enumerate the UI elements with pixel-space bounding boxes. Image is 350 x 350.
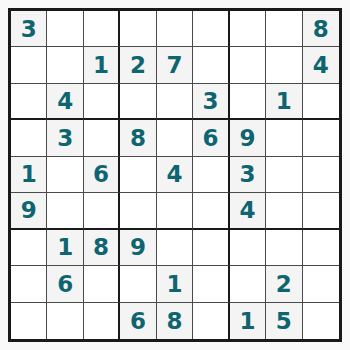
cell-r6c8[interactable] bbox=[266, 193, 302, 229]
cell-r6c7: 4 bbox=[230, 193, 266, 229]
cell-r4c5[interactable] bbox=[157, 120, 193, 156]
cell-r9c6[interactable] bbox=[193, 303, 229, 339]
cell-r4c1[interactable] bbox=[11, 120, 47, 156]
cell-r3c3[interactable] bbox=[84, 84, 120, 120]
cell-r4c7: 9 bbox=[230, 120, 266, 156]
cell-r6c4[interactable] bbox=[120, 193, 156, 229]
cell-r2c8[interactable] bbox=[266, 47, 302, 83]
cell-r6c9[interactable] bbox=[303, 193, 339, 229]
cell-r8c1[interactable] bbox=[11, 266, 47, 302]
cell-r2c7[interactable] bbox=[230, 47, 266, 83]
cell-r2c4: 2 bbox=[120, 47, 156, 83]
cell-r8c2: 6 bbox=[47, 266, 83, 302]
cell-r5c9[interactable] bbox=[303, 157, 339, 193]
cell-r1c6[interactable] bbox=[193, 11, 229, 47]
cell-r8c3[interactable] bbox=[84, 266, 120, 302]
cell-r5c8[interactable] bbox=[266, 157, 302, 193]
cell-r7c2: 1 bbox=[47, 230, 83, 266]
cell-r7c6[interactable] bbox=[193, 230, 229, 266]
cell-r1c7[interactable] bbox=[230, 11, 266, 47]
cell-r1c4[interactable] bbox=[120, 11, 156, 47]
cell-r8c9[interactable] bbox=[303, 266, 339, 302]
cell-r3c4[interactable] bbox=[120, 84, 156, 120]
cell-r4c9[interactable] bbox=[303, 120, 339, 156]
cell-r7c1[interactable] bbox=[11, 230, 47, 266]
cell-r1c3[interactable] bbox=[84, 11, 120, 47]
cell-r9c3[interactable] bbox=[84, 303, 120, 339]
cell-r7c3: 8 bbox=[84, 230, 120, 266]
cell-r5c2[interactable] bbox=[47, 157, 83, 193]
cell-r5c3: 6 bbox=[84, 157, 120, 193]
cell-r2c9: 4 bbox=[303, 47, 339, 83]
cell-r3c7[interactable] bbox=[230, 84, 266, 120]
cell-r5c7: 3 bbox=[230, 157, 266, 193]
cell-r6c5[interactable] bbox=[157, 193, 193, 229]
cell-r9c4: 6 bbox=[120, 303, 156, 339]
cell-r7c7[interactable] bbox=[230, 230, 266, 266]
cell-r6c2[interactable] bbox=[47, 193, 83, 229]
sudoku-board: 38127443138691643941896126815 bbox=[8, 8, 342, 342]
cell-r9c8: 5 bbox=[266, 303, 302, 339]
cell-r4c3[interactable] bbox=[84, 120, 120, 156]
cell-r2c6[interactable] bbox=[193, 47, 229, 83]
cell-r2c3: 1 bbox=[84, 47, 120, 83]
cell-r4c6: 6 bbox=[193, 120, 229, 156]
cell-r3c6: 3 bbox=[193, 84, 229, 120]
cell-r1c1: 3 bbox=[11, 11, 47, 47]
cell-r4c2: 3 bbox=[47, 120, 83, 156]
cell-r9c1[interactable] bbox=[11, 303, 47, 339]
cell-r1c5[interactable] bbox=[157, 11, 193, 47]
cell-r3c9[interactable] bbox=[303, 84, 339, 120]
cell-r2c1[interactable] bbox=[11, 47, 47, 83]
cell-r6c3[interactable] bbox=[84, 193, 120, 229]
cell-r3c5[interactable] bbox=[157, 84, 193, 120]
cell-r3c1[interactable] bbox=[11, 84, 47, 120]
cell-r6c1: 9 bbox=[11, 193, 47, 229]
cell-r7c5[interactable] bbox=[157, 230, 193, 266]
cell-r4c4: 8 bbox=[120, 120, 156, 156]
cell-r5c6[interactable] bbox=[193, 157, 229, 193]
cell-r5c5: 4 bbox=[157, 157, 193, 193]
cell-r8c4[interactable] bbox=[120, 266, 156, 302]
cell-r1c2[interactable] bbox=[47, 11, 83, 47]
cell-r7c9[interactable] bbox=[303, 230, 339, 266]
cell-r2c5: 7 bbox=[157, 47, 193, 83]
cell-r6c6[interactable] bbox=[193, 193, 229, 229]
cell-r9c7: 1 bbox=[230, 303, 266, 339]
cell-r5c1: 1 bbox=[11, 157, 47, 193]
cell-r8c5: 1 bbox=[157, 266, 193, 302]
cell-r2c2[interactable] bbox=[47, 47, 83, 83]
cell-r9c9[interactable] bbox=[303, 303, 339, 339]
cell-r3c8: 1 bbox=[266, 84, 302, 120]
cell-r3c2: 4 bbox=[47, 84, 83, 120]
cell-r5c4[interactable] bbox=[120, 157, 156, 193]
cell-r9c5: 8 bbox=[157, 303, 193, 339]
cell-r7c4: 9 bbox=[120, 230, 156, 266]
cell-r4c8[interactable] bbox=[266, 120, 302, 156]
cell-r1c9: 8 bbox=[303, 11, 339, 47]
cell-r8c6[interactable] bbox=[193, 266, 229, 302]
cell-r8c8: 2 bbox=[266, 266, 302, 302]
cell-r1c8[interactable] bbox=[266, 11, 302, 47]
cell-r7c8[interactable] bbox=[266, 230, 302, 266]
cell-r9c2[interactable] bbox=[47, 303, 83, 339]
cell-r8c7[interactable] bbox=[230, 266, 266, 302]
